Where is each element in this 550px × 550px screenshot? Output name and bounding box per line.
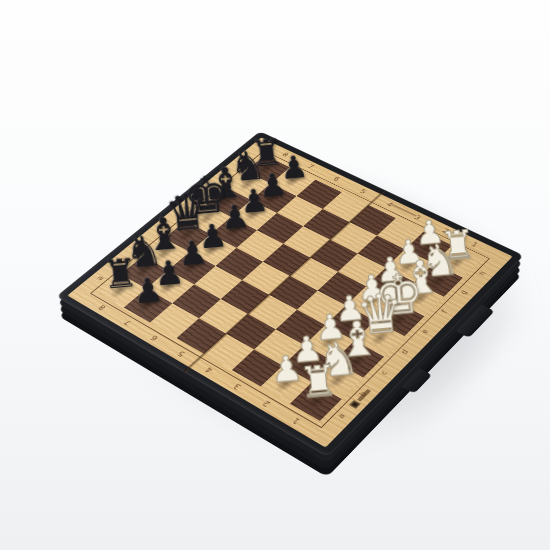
black-pawn-glyph: ♟ — [115, 271, 182, 310]
case-top-frame: 87654321 87654321 abcdefgh abcdefgh ♜♞♝♛… — [56, 131, 524, 457]
brand-logo-wordmark — [357, 389, 371, 402]
brand-logo-icon — [349, 400, 361, 409]
rank-label-5: 5 — [347, 181, 377, 203]
studio-scene: 87654321 87654321 abcdefgh abcdefgh ♜♞♝♛… — [0, 0, 550, 550]
rank-label-7: 7 — [111, 309, 145, 335]
white-rook-glyph: ♜ — [282, 358, 355, 406]
chess-set: 87654321 87654321 abcdefgh abcdefgh ♜♞♝♛… — [56, 131, 524, 457]
